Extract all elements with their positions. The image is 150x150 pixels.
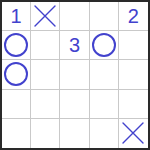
cell-r2c2[interactable]: [31, 31, 60, 60]
circle-mark-icon: [4, 33, 28, 57]
cell-r5c4[interactable]: [90, 119, 119, 148]
cell-r1c5[interactable]: 2: [119, 2, 148, 31]
cell-r1c4[interactable]: [90, 2, 119, 31]
cell-r2c3[interactable]: 3: [60, 31, 89, 60]
cell-r1c1[interactable]: 1: [2, 2, 31, 31]
clue-number: 2: [128, 6, 139, 26]
puzzle-board: 123: [0, 0, 150, 150]
cell-r1c2[interactable]: [31, 2, 60, 31]
cell-r2c5[interactable]: [119, 31, 148, 60]
cell-r3c1[interactable]: [2, 60, 31, 89]
clue-number: 1: [11, 6, 22, 26]
circle-mark-icon: [92, 33, 116, 57]
cell-r1c3[interactable]: [60, 2, 89, 31]
cell-r3c4[interactable]: [90, 60, 119, 89]
cell-r3c3[interactable]: [60, 60, 89, 89]
cell-r4c1[interactable]: [2, 90, 31, 119]
cell-r4c4[interactable]: [90, 90, 119, 119]
cell-r5c3[interactable]: [60, 119, 89, 148]
clue-number: 3: [69, 35, 80, 55]
cell-r4c2[interactable]: [31, 90, 60, 119]
cell-r3c5[interactable]: [119, 60, 148, 89]
cell-r4c5[interactable]: [119, 90, 148, 119]
cell-r2c4[interactable]: [90, 31, 119, 60]
cross-mark-icon: [33, 4, 57, 28]
cell-r3c2[interactable]: [31, 60, 60, 89]
cell-r5c5[interactable]: [119, 119, 148, 148]
cell-r5c2[interactable]: [31, 119, 60, 148]
circle-mark-icon: [4, 62, 28, 86]
cell-r4c3[interactable]: [60, 90, 89, 119]
cross-mark-icon: [121, 121, 145, 145]
cell-r5c1[interactable]: [2, 119, 31, 148]
cell-r2c1[interactable]: [2, 31, 31, 60]
